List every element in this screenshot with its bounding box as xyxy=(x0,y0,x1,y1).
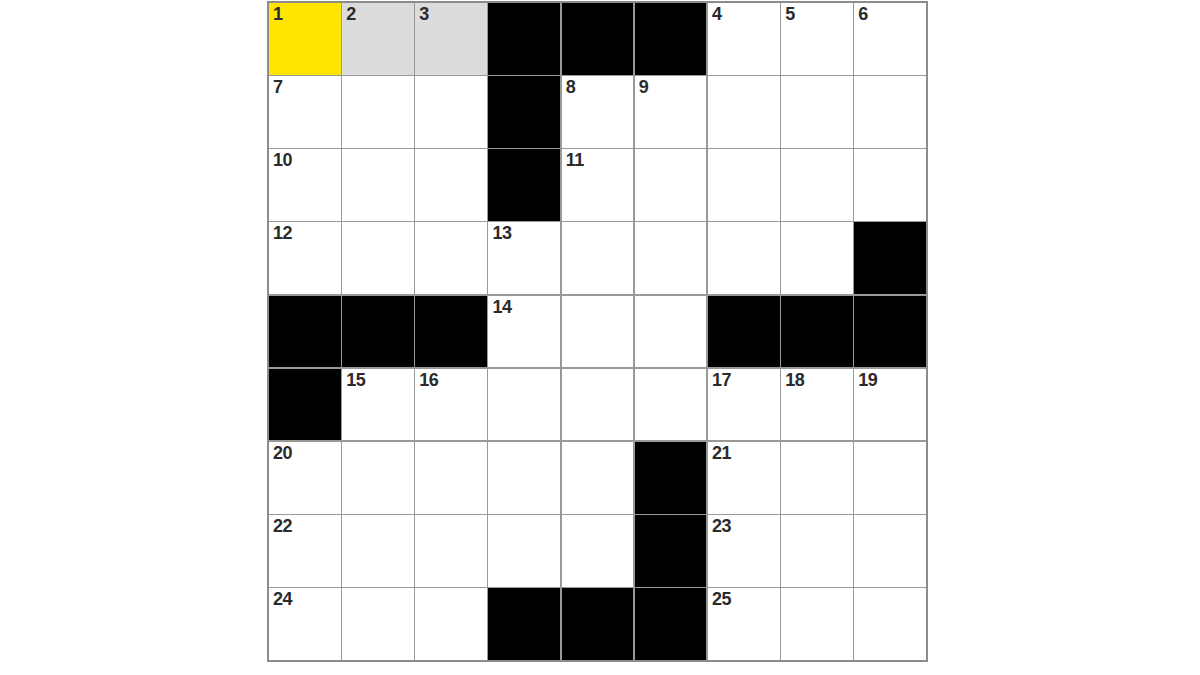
cell-r6c4[interactable] xyxy=(488,369,560,441)
cell-r8c1[interactable]: 22 xyxy=(269,515,341,587)
clue-number: 13 xyxy=(492,222,511,244)
cell-r5c4[interactable]: 14 xyxy=(488,296,560,368)
cell-r7c3[interactable] xyxy=(415,442,487,514)
cell-r1c5 xyxy=(562,3,634,75)
cell-r5c5[interactable] xyxy=(562,296,634,368)
page: 1234567891011121314151617181920212223242… xyxy=(0,0,1200,675)
cell-r5c6[interactable] xyxy=(635,296,707,368)
cell-r6c2[interactable]: 15 xyxy=(342,369,414,441)
clue-number: 20 xyxy=(273,442,292,464)
cell-r9c3[interactable] xyxy=(415,588,487,660)
cell-r7c4[interactable] xyxy=(488,442,560,514)
clue-number: 24 xyxy=(273,588,292,610)
cell-r2c2[interactable] xyxy=(342,76,414,148)
cell-r2c4 xyxy=(488,76,560,148)
cell-r9c6 xyxy=(635,588,707,660)
cell-r1c2[interactable]: 2 xyxy=(342,3,414,75)
cell-r5c8 xyxy=(781,296,853,368)
cell-r7c8[interactable] xyxy=(781,442,853,514)
cell-r3c7[interactable] xyxy=(708,149,780,221)
cell-r6c8[interactable]: 18 xyxy=(781,369,853,441)
cell-r3c8[interactable] xyxy=(781,149,853,221)
cell-r8c4[interactable] xyxy=(488,515,560,587)
cell-r7c6 xyxy=(635,442,707,514)
cell-r1c3[interactable]: 3 xyxy=(415,3,487,75)
cell-r3c3[interactable] xyxy=(415,149,487,221)
cell-r8c5[interactable] xyxy=(562,515,634,587)
cell-r1c9[interactable]: 6 xyxy=(854,3,926,75)
cell-r2c5[interactable]: 8 xyxy=(562,76,634,148)
cell-r9c5 xyxy=(562,588,634,660)
cell-r3c4 xyxy=(488,149,560,221)
cell-r7c5[interactable] xyxy=(562,442,634,514)
cell-r8c8[interactable] xyxy=(781,515,853,587)
cell-r7c1[interactable]: 20 xyxy=(269,442,341,514)
cell-r5c3 xyxy=(415,296,487,368)
cell-r6c1 xyxy=(269,369,341,441)
cell-r4c6[interactable] xyxy=(635,222,707,294)
cell-r9c9[interactable] xyxy=(854,588,926,660)
cell-r5c9 xyxy=(854,296,926,368)
cell-r8c6 xyxy=(635,515,707,587)
cell-r2c7[interactable] xyxy=(708,76,780,148)
clue-number: 5 xyxy=(785,3,795,25)
cell-r9c4 xyxy=(488,588,560,660)
clue-number: 9 xyxy=(639,76,649,98)
cell-r1c1[interactable]: 1 xyxy=(269,3,341,75)
cell-r1c4 xyxy=(488,3,560,75)
cell-r4c5[interactable] xyxy=(562,222,634,294)
cell-r6c3[interactable]: 16 xyxy=(415,369,487,441)
cell-r4c3[interactable] xyxy=(415,222,487,294)
cell-r6c5[interactable] xyxy=(562,369,634,441)
clue-number: 1 xyxy=(273,3,283,25)
clue-number: 22 xyxy=(273,515,292,537)
clue-number: 15 xyxy=(346,369,365,391)
cell-r7c7[interactable]: 21 xyxy=(708,442,780,514)
cell-r8c2[interactable] xyxy=(342,515,414,587)
clue-number: 3 xyxy=(419,3,429,25)
clue-number: 7 xyxy=(273,76,283,98)
cell-r8c7[interactable]: 23 xyxy=(708,515,780,587)
clue-number: 4 xyxy=(712,3,722,25)
cell-r2c8[interactable] xyxy=(781,76,853,148)
clue-number: 14 xyxy=(492,296,511,318)
clue-number: 25 xyxy=(712,588,731,610)
cell-r4c7[interactable] xyxy=(708,222,780,294)
cell-r4c2[interactable] xyxy=(342,222,414,294)
clue-number: 17 xyxy=(712,369,731,391)
cell-r1c7[interactable]: 4 xyxy=(708,3,780,75)
cell-r8c9[interactable] xyxy=(854,515,926,587)
cell-r9c2[interactable] xyxy=(342,588,414,660)
cell-r3c6[interactable] xyxy=(635,149,707,221)
clue-number: 2 xyxy=(346,3,356,25)
cell-r5c1 xyxy=(269,296,341,368)
clue-number: 19 xyxy=(858,369,877,391)
cell-r9c7[interactable]: 25 xyxy=(708,588,780,660)
cell-r6c9[interactable]: 19 xyxy=(854,369,926,441)
cell-r3c2[interactable] xyxy=(342,149,414,221)
cell-r4c9 xyxy=(854,222,926,294)
cell-r3c1[interactable]: 10 xyxy=(269,149,341,221)
cell-r2c9[interactable] xyxy=(854,76,926,148)
cell-r3c5[interactable]: 11 xyxy=(562,149,634,221)
cell-r9c8[interactable] xyxy=(781,588,853,660)
clue-number: 23 xyxy=(712,515,731,537)
cell-r9c1[interactable]: 24 xyxy=(269,588,341,660)
clue-number: 8 xyxy=(566,76,576,98)
cell-r5c2 xyxy=(342,296,414,368)
cell-r5c7 xyxy=(708,296,780,368)
cell-r4c1[interactable]: 12 xyxy=(269,222,341,294)
clue-number: 18 xyxy=(785,369,804,391)
crossword-grid: 1234567891011121314151617181920212223242… xyxy=(267,1,928,662)
clue-number: 11 xyxy=(566,149,584,171)
cell-r1c8[interactable]: 5 xyxy=(781,3,853,75)
cell-r4c8[interactable] xyxy=(781,222,853,294)
cell-r7c9[interactable] xyxy=(854,442,926,514)
cell-r3c9[interactable] xyxy=(854,149,926,221)
cell-r1c6 xyxy=(635,3,707,75)
clue-number: 6 xyxy=(858,3,868,25)
cell-r2c3[interactable] xyxy=(415,76,487,148)
clue-number: 21 xyxy=(712,442,731,464)
clue-number: 12 xyxy=(273,222,292,244)
cell-r6c6[interactable] xyxy=(635,369,707,441)
cell-r4c4[interactable]: 13 xyxy=(488,222,560,294)
cell-r7c2[interactable] xyxy=(342,442,414,514)
clue-number: 10 xyxy=(273,149,292,171)
clue-number: 16 xyxy=(419,369,438,391)
cell-r6c7[interactable]: 17 xyxy=(708,369,780,441)
cell-r8c3[interactable] xyxy=(415,515,487,587)
cell-r2c6[interactable]: 9 xyxy=(635,76,707,148)
cell-r2c1[interactable]: 7 xyxy=(269,76,341,148)
